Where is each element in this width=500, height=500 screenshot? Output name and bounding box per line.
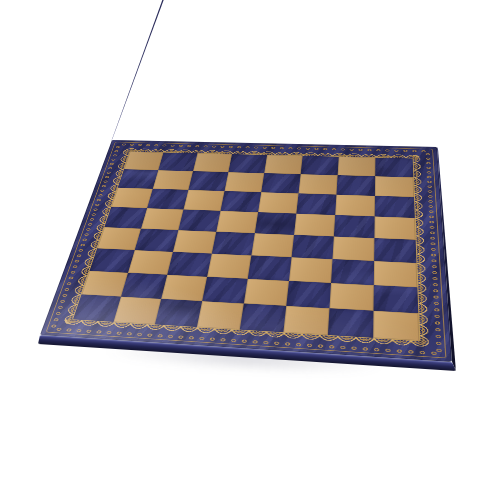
square-b4 (135, 229, 179, 252)
square-f7 (299, 174, 338, 194)
square-h2 (373, 285, 418, 313)
square-e1 (240, 303, 287, 332)
square-h5 (374, 216, 415, 239)
square-h8 (375, 158, 413, 178)
square-f8 (301, 156, 339, 175)
square-e8 (264, 155, 302, 174)
square-h7 (375, 176, 414, 197)
square-e5 (255, 212, 297, 235)
square-h1 (373, 311, 419, 341)
square-b7 (153, 170, 193, 190)
square-b1 (114, 297, 162, 325)
square-a6 (111, 188, 153, 209)
square-a5 (104, 207, 147, 229)
square-e7 (261, 173, 300, 193)
square-h3 (374, 261, 418, 287)
square-e3 (248, 255, 292, 280)
square-b2 (121, 273, 167, 299)
square-c5 (178, 210, 220, 232)
square-d3 (207, 254, 251, 279)
square-d8 (228, 154, 267, 173)
square-b8 (158, 153, 197, 172)
square-d7 (225, 172, 265, 192)
chess-board (40, 140, 452, 362)
square-h6 (375, 196, 415, 218)
square-f1 (283, 306, 329, 335)
square-b3 (128, 250, 173, 275)
square-b5 (141, 208, 183, 230)
square-c1 (155, 299, 202, 327)
square-g1 (328, 308, 374, 338)
square-a8 (124, 152, 163, 170)
square-e4 (251, 233, 294, 257)
square-c2 (161, 275, 207, 301)
square-a7 (118, 169, 159, 188)
playing-area (73, 152, 419, 341)
square-d2 (202, 277, 248, 304)
square-c6 (183, 190, 224, 211)
square-e2 (244, 279, 289, 306)
square-g7 (336, 175, 375, 196)
square-g6 (335, 195, 375, 217)
square-f4 (292, 235, 334, 259)
product-photo-stage (0, 0, 500, 500)
square-g3 (331, 259, 374, 285)
square-f6 (296, 193, 336, 215)
square-f2 (286, 281, 331, 308)
square-d1 (197, 301, 244, 329)
square-c7 (188, 171, 228, 191)
square-g5 (334, 215, 375, 238)
square-c4 (173, 230, 216, 253)
square-f3 (289, 257, 332, 283)
square-h4 (374, 238, 416, 263)
square-c3 (167, 252, 212, 277)
square-b6 (147, 189, 188, 210)
square-c8 (193, 153, 232, 172)
square-d6 (221, 191, 262, 212)
square-g2 (329, 283, 373, 311)
square-g8 (338, 157, 376, 177)
square-f5 (294, 214, 335, 237)
square-g4 (332, 236, 374, 261)
square-e6 (258, 192, 298, 213)
square-d5 (216, 211, 258, 233)
square-d4 (212, 232, 255, 256)
